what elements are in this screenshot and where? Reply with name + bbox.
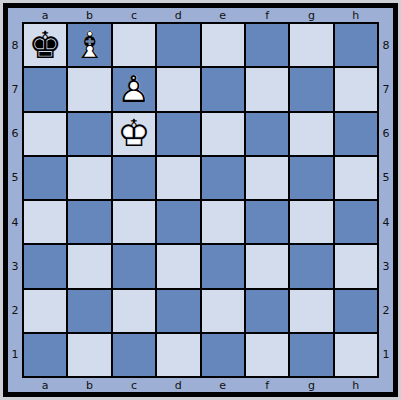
white-bishop-outline-glyph: ♗: [73, 27, 106, 64]
square-a6[interactable]: [24, 113, 66, 155]
square-a1[interactable]: [24, 334, 66, 376]
square-a4[interactable]: [24, 201, 66, 243]
board-black-border: abcdefgh 87654321 ♚♝♗♟♙♚♔ 87654321 abcde…: [3, 3, 398, 397]
piece-white-bishop-b8: ♝♗: [73, 27, 106, 64]
rank-label-3: 3: [8, 245, 22, 287]
piece-black-king-a8: ♚: [29, 27, 62, 64]
square-f5[interactable]: [246, 157, 288, 199]
square-e6[interactable]: [202, 113, 244, 155]
square-f8[interactable]: [246, 24, 288, 66]
file-labels-top: abcdefgh: [22, 8, 379, 22]
square-b2[interactable]: [68, 290, 110, 332]
frame-corner-bottom-left: [8, 378, 22, 392]
file-label-c: c: [113, 8, 155, 22]
file-label-b: b: [68, 8, 110, 22]
rank-label-5: 5: [8, 157, 22, 199]
square-h2[interactable]: [335, 290, 377, 332]
square-d8[interactable]: [157, 24, 199, 66]
white-pawn-outline-glyph: ♙: [117, 71, 150, 108]
square-d3[interactable]: [157, 245, 199, 287]
square-c8[interactable]: [113, 24, 155, 66]
square-f7[interactable]: [246, 68, 288, 110]
square-h4[interactable]: [335, 201, 377, 243]
square-g4[interactable]: [290, 201, 332, 243]
file-label-b: b: [68, 378, 110, 392]
rank-label-3: 3: [379, 245, 393, 287]
square-b8[interactable]: ♝♗: [68, 24, 110, 66]
piece-white-pawn-c7: ♟♙: [117, 71, 150, 108]
square-h8[interactable]: [335, 24, 377, 66]
square-g6[interactable]: [290, 113, 332, 155]
square-a7[interactable]: [24, 68, 66, 110]
white-king-outline-glyph: ♔: [117, 115, 150, 152]
rank-labels-right: 87654321: [379, 22, 393, 378]
square-b5[interactable]: [68, 157, 110, 199]
file-label-c: c: [113, 378, 155, 392]
rank-label-4: 4: [379, 201, 393, 243]
rank-label-8: 8: [8, 24, 22, 66]
file-label-h: h: [335, 8, 377, 22]
square-d5[interactable]: [157, 157, 199, 199]
rank-label-5: 5: [379, 157, 393, 199]
frame-corner-bottom-right: [379, 378, 393, 392]
square-e5[interactable]: [202, 157, 244, 199]
square-b3[interactable]: [68, 245, 110, 287]
file-label-g: g: [290, 8, 332, 22]
square-f6[interactable]: [246, 113, 288, 155]
rank-label-6: 6: [379, 113, 393, 155]
square-c1[interactable]: [113, 334, 155, 376]
square-g3[interactable]: [290, 245, 332, 287]
square-b7[interactable]: [68, 68, 110, 110]
square-g7[interactable]: [290, 68, 332, 110]
square-h7[interactable]: [335, 68, 377, 110]
file-label-a: a: [24, 8, 66, 22]
square-h5[interactable]: [335, 157, 377, 199]
square-g5[interactable]: [290, 157, 332, 199]
file-label-e: e: [202, 378, 244, 392]
square-g8[interactable]: [290, 24, 332, 66]
square-d4[interactable]: [157, 201, 199, 243]
square-c7[interactable]: ♟♙: [113, 68, 155, 110]
square-b4[interactable]: [68, 201, 110, 243]
rank-label-8: 8: [379, 24, 393, 66]
rank-label-4: 4: [8, 201, 22, 243]
square-a2[interactable]: [24, 290, 66, 332]
square-g1[interactable]: [290, 334, 332, 376]
square-c6[interactable]: ♚♔: [113, 113, 155, 155]
square-e2[interactable]: [202, 290, 244, 332]
square-c4[interactable]: [113, 201, 155, 243]
square-c5[interactable]: [113, 157, 155, 199]
square-c3[interactable]: [113, 245, 155, 287]
rank-label-7: 7: [8, 68, 22, 110]
frame-corner-top-right: [379, 8, 393, 22]
square-f1[interactable]: [246, 334, 288, 376]
square-d6[interactable]: [157, 113, 199, 155]
rank-label-2: 2: [379, 290, 393, 332]
frame-corner-top-left: [8, 8, 22, 22]
square-h6[interactable]: [335, 113, 377, 155]
file-label-g: g: [290, 378, 332, 392]
file-labels-bottom: abcdefgh: [22, 378, 379, 392]
square-f3[interactable]: [246, 245, 288, 287]
square-a5[interactable]: [24, 157, 66, 199]
file-label-a: a: [24, 378, 66, 392]
rank-label-7: 7: [379, 68, 393, 110]
rank-label-2: 2: [8, 290, 22, 332]
square-b1[interactable]: [68, 334, 110, 376]
square-d7[interactable]: [157, 68, 199, 110]
file-label-d: d: [157, 378, 199, 392]
square-g2[interactable]: [290, 290, 332, 332]
square-f4[interactable]: [246, 201, 288, 243]
black-king-glyph: ♚: [29, 27, 62, 64]
square-e1[interactable]: [202, 334, 244, 376]
file-label-f: f: [246, 8, 288, 22]
rank-label-1: 1: [8, 334, 22, 376]
diagram-outer-margin: abcdefgh 87654321 ♚♝♗♟♙♚♔ 87654321 abcde…: [0, 0, 401, 400]
square-h1[interactable]: [335, 334, 377, 376]
square-e4[interactable]: [202, 201, 244, 243]
board-coordinate-frame: abcdefgh 87654321 ♚♝♗♟♙♚♔ 87654321 abcde…: [8, 8, 393, 392]
square-f2[interactable]: [246, 290, 288, 332]
chess-board: ♚♝♗♟♙♚♔: [22, 22, 379, 378]
rank-label-1: 1: [379, 334, 393, 376]
square-a8[interactable]: ♚: [24, 24, 66, 66]
square-e8[interactable]: [202, 24, 244, 66]
square-a3[interactable]: [24, 245, 66, 287]
rank-labels-left: 87654321: [8, 22, 22, 378]
piece-white-king-c6: ♚♔: [117, 115, 150, 152]
square-d1[interactable]: [157, 334, 199, 376]
file-label-h: h: [335, 378, 377, 392]
square-e7[interactable]: [202, 68, 244, 110]
square-b6[interactable]: [68, 113, 110, 155]
square-e3[interactable]: [202, 245, 244, 287]
square-c2[interactable]: [113, 290, 155, 332]
square-h3[interactable]: [335, 245, 377, 287]
square-d2[interactable]: [157, 290, 199, 332]
file-label-f: f: [246, 378, 288, 392]
file-label-d: d: [157, 8, 199, 22]
file-label-e: e: [202, 8, 244, 22]
rank-label-6: 6: [8, 113, 22, 155]
